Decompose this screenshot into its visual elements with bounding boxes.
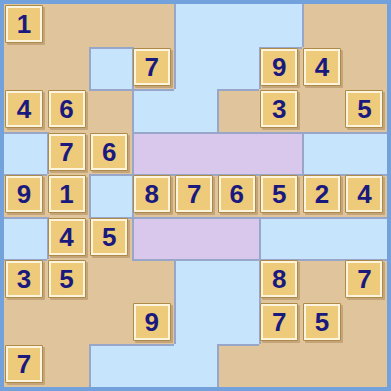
tile-r2c8[interactable]: 5 xyxy=(345,90,383,128)
cell-r2c4 xyxy=(174,89,217,132)
cell-r2c8[interactable]: 5 xyxy=(344,89,387,132)
cell-r1c8[interactable] xyxy=(344,47,387,90)
tile-number: 9 xyxy=(272,54,286,80)
tile-number: 6 xyxy=(230,181,244,207)
cell-r7c7[interactable]: 5 xyxy=(302,302,345,345)
tile-r1c3[interactable]: 7 xyxy=(133,48,171,86)
cell-r6c6[interactable]: 8 xyxy=(259,259,302,302)
cell-r1c0[interactable] xyxy=(4,47,47,90)
cell-r7c6[interactable]: 7 xyxy=(259,302,302,345)
tile-r4c7[interactable]: 2 xyxy=(303,175,341,213)
cell-r0c0[interactable]: 1 xyxy=(4,4,47,47)
cell-r2c2[interactable] xyxy=(89,89,132,132)
tile-number: 4 xyxy=(59,224,73,250)
cell-r4c0[interactable]: 9 xyxy=(4,174,47,217)
tile-number: 9 xyxy=(17,181,31,207)
tile-r6c1[interactable]: 5 xyxy=(48,260,86,298)
tile-r3c1[interactable]: 7 xyxy=(48,133,86,171)
tile-number: 8 xyxy=(272,266,286,292)
cell-r6c2[interactable] xyxy=(89,259,132,302)
cell-r1c1[interactable] xyxy=(47,47,90,90)
cell-r2c5[interactable] xyxy=(217,89,260,132)
cell-r1c5 xyxy=(217,47,260,90)
tile-number: 7 xyxy=(187,181,201,207)
tile-r7c7[interactable]: 5 xyxy=(303,303,341,341)
tile-number: 2 xyxy=(315,181,329,207)
tile-r6c8[interactable]: 7 xyxy=(345,260,383,298)
cell-r5c5 xyxy=(217,217,260,260)
cell-r7c5 xyxy=(217,302,260,345)
cell-r0c3[interactable] xyxy=(132,4,175,47)
cell-r7c0[interactable] xyxy=(4,302,47,345)
cell-r6c3[interactable] xyxy=(132,259,175,302)
tile-number: 1 xyxy=(17,11,31,37)
tile-number: 5 xyxy=(315,309,329,335)
cell-r3c5 xyxy=(217,132,260,175)
cell-r3c4 xyxy=(174,132,217,175)
cell-r7c4 xyxy=(174,302,217,345)
cell-r0c7[interactable] xyxy=(302,4,345,47)
tile-r5c1[interactable]: 4 xyxy=(48,218,86,256)
tile-r2c6[interactable]: 3 xyxy=(260,90,298,128)
cell-r4c7[interactable]: 2 xyxy=(302,174,345,217)
tile-r6c6[interactable]: 8 xyxy=(260,260,298,298)
tile-r2c0[interactable]: 4 xyxy=(5,90,43,128)
cell-r4c3[interactable]: 8 xyxy=(132,174,175,217)
cell-r4c8[interactable]: 4 xyxy=(344,174,387,217)
cell-r2c3 xyxy=(132,89,175,132)
tile-number: 7 xyxy=(272,309,286,335)
cell-r5c7 xyxy=(302,217,345,260)
cell-r2c0[interactable]: 4 xyxy=(4,89,47,132)
cell-r8c6[interactable] xyxy=(259,344,302,387)
cell-r4c6[interactable]: 5 xyxy=(259,174,302,217)
tile-r4c1[interactable]: 1 xyxy=(48,175,86,213)
tile-r0c0[interactable]: 1 xyxy=(5,5,43,43)
cell-r1c3[interactable]: 7 xyxy=(132,47,175,90)
tile-r4c4[interactable]: 7 xyxy=(175,175,213,213)
tile-number: 7 xyxy=(59,139,73,165)
tile-r5c2[interactable]: 5 xyxy=(90,218,128,256)
tile-r1c6[interactable]: 9 xyxy=(260,48,298,86)
cell-r7c1[interactable] xyxy=(47,302,90,345)
cell-r1c7[interactable]: 4 xyxy=(302,47,345,90)
cell-r1c2 xyxy=(89,47,132,90)
cell-r1c6[interactable]: 9 xyxy=(259,47,302,90)
cell-r0c5 xyxy=(217,4,260,47)
tile-r4c8[interactable]: 4 xyxy=(345,175,383,213)
cell-r7c2[interactable] xyxy=(89,302,132,345)
cell-r5c0 xyxy=(4,217,47,260)
tile-number: 8 xyxy=(144,181,158,207)
cell-r8c7[interactable] xyxy=(302,344,345,387)
tile-r2c1[interactable]: 6 xyxy=(48,90,86,128)
tile-number: 5 xyxy=(59,266,73,292)
tile-number: 6 xyxy=(59,96,73,122)
cell-r8c3 xyxy=(132,344,175,387)
cell-r8c2 xyxy=(89,344,132,387)
cell-r5c8 xyxy=(344,217,387,260)
tile-number: 5 xyxy=(357,96,371,122)
tile-number: 5 xyxy=(272,181,286,207)
tile-r6c0[interactable]: 3 xyxy=(5,260,43,298)
cell-r6c5 xyxy=(217,259,260,302)
cell-r3c2[interactable]: 6 xyxy=(89,132,132,175)
tile-number: 6 xyxy=(102,139,116,165)
tile-number: 3 xyxy=(272,96,286,122)
tile-number: 9 xyxy=(144,309,158,335)
cell-r2c6[interactable]: 3 xyxy=(259,89,302,132)
cell-r3c7 xyxy=(302,132,345,175)
cell-r5c6 xyxy=(259,217,302,260)
tile-number: 3 xyxy=(17,266,31,292)
cell-r0c2[interactable] xyxy=(89,4,132,47)
tile-r7c6[interactable]: 7 xyxy=(260,303,298,341)
tile-number: 4 xyxy=(315,54,329,80)
cell-r3c8 xyxy=(344,132,387,175)
cell-r6c7[interactable] xyxy=(302,259,345,302)
tile-r1c7[interactable]: 4 xyxy=(303,48,341,86)
cell-r2c7[interactable] xyxy=(302,89,345,132)
cell-r4c1[interactable]: 1 xyxy=(47,174,90,217)
tile-number: 1 xyxy=(59,181,73,207)
cell-r3c6 xyxy=(259,132,302,175)
cell-r8c4 xyxy=(174,344,217,387)
cell-r6c8[interactable]: 7 xyxy=(344,259,387,302)
tile-r4c6[interactable]: 5 xyxy=(260,175,298,213)
cell-r0c6 xyxy=(259,4,302,47)
cell-r4c5[interactable]: 6 xyxy=(217,174,260,217)
cell-r8c0[interactable]: 7 xyxy=(4,344,47,387)
cell-r5c3 xyxy=(132,217,175,260)
cell-r4c4[interactable]: 7 xyxy=(174,174,217,217)
cell-r0c1[interactable] xyxy=(47,4,90,47)
cell-r6c4 xyxy=(174,259,217,302)
cell-r5c4 xyxy=(174,217,217,260)
cell-r3c0 xyxy=(4,132,47,175)
tile-r4c3[interactable]: 8 xyxy=(133,175,171,213)
cell-r8c8[interactable] xyxy=(344,344,387,387)
tile-r8c0[interactable]: 7 xyxy=(5,345,43,383)
cell-r5c2[interactable]: 5 xyxy=(89,217,132,260)
tile-number: 4 xyxy=(17,96,31,122)
cell-r0c8[interactable] xyxy=(344,4,387,47)
cell-r3c3 xyxy=(132,132,175,175)
puzzle-board: 1794463576918765244535879757 xyxy=(0,0,391,391)
tile-number: 4 xyxy=(357,181,371,207)
tile-number: 5 xyxy=(102,224,116,250)
tile-r3c2[interactable]: 6 xyxy=(90,133,128,171)
tile-number: 7 xyxy=(17,351,31,377)
cell-r3c1[interactable]: 7 xyxy=(47,132,90,175)
cell-r4c2 xyxy=(89,174,132,217)
cell-r6c0[interactable]: 3 xyxy=(4,259,47,302)
cell-r1c4 xyxy=(174,47,217,90)
tile-number: 7 xyxy=(357,266,371,292)
cell-r7c8[interactable] xyxy=(344,302,387,345)
cell-r6c1[interactable]: 5 xyxy=(47,259,90,302)
tile-r4c5[interactable]: 6 xyxy=(218,175,256,213)
cell-r8c5[interactable] xyxy=(217,344,260,387)
tile-r7c3[interactable]: 9 xyxy=(133,303,171,341)
cell-r2c1[interactable]: 6 xyxy=(47,89,90,132)
cell-r7c3[interactable]: 9 xyxy=(132,302,175,345)
cell-r0c4 xyxy=(174,4,217,47)
tile-number: 7 xyxy=(144,54,158,80)
tile-r4c0[interactable]: 9 xyxy=(5,175,43,213)
cell-r8c1[interactable] xyxy=(47,344,90,387)
cell-r5c1[interactable]: 4 xyxy=(47,217,90,260)
